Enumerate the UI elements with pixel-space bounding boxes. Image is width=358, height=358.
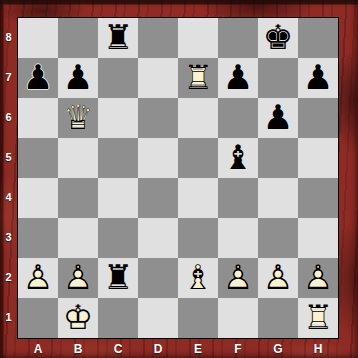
bishop-outline-glyph: ♗ — [178, 258, 218, 298]
piece-black-pawn[interactable]: ♟ — [58, 58, 98, 98]
square-a5[interactable] — [18, 138, 58, 178]
square-f7[interactable]: ♟ — [218, 58, 258, 98]
square-g3[interactable] — [258, 218, 298, 258]
square-a6[interactable] — [18, 98, 58, 138]
piece-white-king[interactable]: ♚♔ — [58, 298, 98, 338]
file-label-f: F — [218, 339, 258, 358]
rank-label-5: 5 — [0, 137, 17, 177]
square-d3[interactable] — [138, 218, 178, 258]
square-g7[interactable] — [258, 58, 298, 98]
square-f2[interactable]: ♟♙ — [218, 258, 258, 298]
square-c2[interactable]: ♜ — [98, 258, 138, 298]
file-label-h: H — [298, 339, 338, 358]
square-g8[interactable]: ♚ — [258, 18, 298, 58]
square-e2[interactable]: ♝♗ — [178, 258, 218, 298]
rank-label-2: 2 — [0, 257, 17, 297]
piece-black-rook[interactable]: ♜ — [98, 258, 138, 298]
square-h1[interactable]: ♜♖ — [298, 298, 338, 338]
square-b6[interactable]: ♛♕ — [58, 98, 98, 138]
square-e3[interactable] — [178, 218, 218, 258]
file-label-e: E — [178, 339, 218, 358]
square-d8[interactable] — [138, 18, 178, 58]
square-d4[interactable] — [138, 178, 178, 218]
chess-board: ♜♚♟♟♜♖♟♟♛♕♟♝♟♙♟♙♜♝♗♟♙♟♙♟♙♚♔♜♖ — [17, 17, 339, 339]
piece-white-pawn[interactable]: ♟♙ — [258, 258, 298, 298]
piece-black-king[interactable]: ♚ — [258, 18, 298, 58]
pawn-fill-glyph: ♟ — [58, 58, 98, 98]
square-h6[interactable] — [298, 98, 338, 138]
pawn-fill-glyph: ♟ — [218, 58, 258, 98]
square-c7[interactable] — [98, 58, 138, 98]
square-c6[interactable] — [98, 98, 138, 138]
pawn-fill-glyph: ♟ — [258, 98, 298, 138]
piece-black-pawn[interactable]: ♟ — [258, 98, 298, 138]
piece-black-pawn[interactable]: ♟ — [218, 58, 258, 98]
square-e8[interactable] — [178, 18, 218, 58]
wood-frame: 87654321 ♜♚♟♟♜♖♟♟♛♕♟♝♟♙♟♙♜♝♗♟♙♟♙♟♙♚♔♜♖ A… — [0, 0, 358, 358]
square-b3[interactable] — [58, 218, 98, 258]
square-c3[interactable] — [98, 218, 138, 258]
square-h7[interactable]: ♟ — [298, 58, 338, 98]
square-h8[interactable] — [298, 18, 338, 58]
rank-label-3: 3 — [0, 217, 17, 257]
piece-white-pawn[interactable]: ♟♙ — [218, 258, 258, 298]
square-d1[interactable] — [138, 298, 178, 338]
square-e4[interactable] — [178, 178, 218, 218]
square-e7[interactable]: ♜♖ — [178, 58, 218, 98]
square-g6[interactable]: ♟ — [258, 98, 298, 138]
pawn-outline-glyph: ♙ — [298, 258, 338, 298]
square-h4[interactable] — [298, 178, 338, 218]
file-label-b: B — [58, 339, 98, 358]
pawn-fill-glyph: ♟ — [298, 58, 338, 98]
pawn-fill-glyph: ♟ — [18, 58, 58, 98]
square-a4[interactable] — [18, 178, 58, 218]
square-b8[interactable] — [58, 18, 98, 58]
square-f3[interactable] — [218, 218, 258, 258]
square-d6[interactable] — [138, 98, 178, 138]
square-d7[interactable] — [138, 58, 178, 98]
square-f6[interactable] — [218, 98, 258, 138]
pawn-outline-glyph: ♙ — [58, 258, 98, 298]
rank-labels: 87654321 — [0, 17, 17, 337]
piece-black-pawn[interactable]: ♟ — [18, 58, 58, 98]
square-b5[interactable] — [58, 138, 98, 178]
rank-label-7: 7 — [0, 57, 17, 97]
pawn-outline-glyph: ♙ — [18, 258, 58, 298]
pawn-outline-glyph: ♙ — [258, 258, 298, 298]
king-fill-glyph: ♚ — [258, 18, 298, 58]
board-grid: ♜♚♟♟♜♖♟♟♛♕♟♝♟♙♟♙♜♝♗♟♙♟♙♟♙♚♔♜♖ — [18, 18, 338, 338]
square-h3[interactable] — [298, 218, 338, 258]
piece-black-bishop[interactable]: ♝ — [218, 138, 258, 178]
square-d5[interactable] — [138, 138, 178, 178]
rook-fill-glyph: ♜ — [98, 258, 138, 298]
square-f1[interactable] — [218, 298, 258, 338]
square-a8[interactable] — [18, 18, 58, 58]
file-label-g: G — [258, 339, 298, 358]
square-a1[interactable] — [18, 298, 58, 338]
square-c4[interactable] — [98, 178, 138, 218]
king-outline-glyph: ♔ — [58, 298, 98, 338]
square-a2[interactable]: ♟♙ — [18, 258, 58, 298]
square-b1[interactable]: ♚♔ — [58, 298, 98, 338]
rook-outline-glyph: ♖ — [298, 298, 338, 338]
square-f5[interactable]: ♝ — [218, 138, 258, 178]
square-e5[interactable] — [178, 138, 218, 178]
square-c8[interactable]: ♜ — [98, 18, 138, 58]
pawn-outline-glyph: ♙ — [218, 258, 258, 298]
square-a3[interactable] — [18, 218, 58, 258]
square-e6[interactable] — [178, 98, 218, 138]
file-label-a: A — [18, 339, 58, 358]
piece-white-pawn[interactable]: ♟♙ — [58, 258, 98, 298]
square-b2[interactable]: ♟♙ — [58, 258, 98, 298]
file-labels: ABCDEFGH — [18, 339, 338, 358]
rook-fill-glyph: ♜ — [98, 18, 138, 58]
queen-outline-glyph: ♕ — [58, 98, 98, 138]
square-h2[interactable]: ♟♙ — [298, 258, 338, 298]
piece-white-rook[interactable]: ♜♖ — [178, 58, 218, 98]
square-a7[interactable]: ♟ — [18, 58, 58, 98]
square-g5[interactable] — [258, 138, 298, 178]
square-g2[interactable]: ♟♙ — [258, 258, 298, 298]
piece-white-pawn[interactable]: ♟♙ — [18, 258, 58, 298]
square-f4[interactable] — [218, 178, 258, 218]
piece-white-bishop[interactable]: ♝♗ — [178, 258, 218, 298]
rank-label-4: 4 — [0, 177, 17, 217]
file-label-c: C — [98, 339, 138, 358]
rank-label-6: 6 — [0, 97, 17, 137]
rook-outline-glyph: ♖ — [178, 58, 218, 98]
square-b7[interactable]: ♟ — [58, 58, 98, 98]
square-h5[interactable] — [298, 138, 338, 178]
square-c1[interactable] — [98, 298, 138, 338]
square-c5[interactable] — [98, 138, 138, 178]
piece-black-pawn[interactable]: ♟ — [298, 58, 338, 98]
piece-black-rook[interactable]: ♜ — [98, 18, 138, 58]
square-d2[interactable] — [138, 258, 178, 298]
piece-white-pawn[interactable]: ♟♙ — [298, 258, 338, 298]
square-g4[interactable] — [258, 178, 298, 218]
square-f8[interactable] — [218, 18, 258, 58]
piece-white-queen[interactable]: ♛♕ — [58, 98, 98, 138]
square-b4[interactable] — [58, 178, 98, 218]
rank-label-8: 8 — [0, 17, 17, 57]
square-e1[interactable] — [178, 298, 218, 338]
square-g1[interactable] — [258, 298, 298, 338]
piece-white-rook[interactable]: ♜♖ — [298, 298, 338, 338]
bishop-fill-glyph: ♝ — [218, 138, 258, 178]
rank-label-1: 1 — [0, 297, 17, 337]
file-label-d: D — [138, 339, 178, 358]
